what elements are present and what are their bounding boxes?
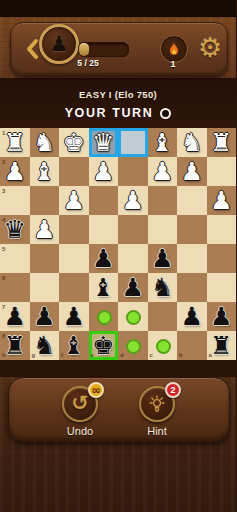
file-label: e	[91, 352, 94, 358]
gear-icon: ⚙	[198, 32, 222, 63]
white-pawn: ♟	[89, 157, 119, 186]
background-dark-lower	[0, 360, 236, 377]
square-a1[interactable]: ♜	[207, 128, 237, 157]
black-pawn: ♟	[30, 302, 60, 331]
square-f3[interactable]: ♟	[59, 186, 89, 215]
back-chevron-icon	[24, 38, 40, 60]
white-bishop: ♝	[30, 157, 60, 186]
square-g2[interactable]: ♝	[30, 157, 60, 186]
square-b7[interactable]: ♟	[177, 302, 207, 331]
square-g6[interactable]	[30, 273, 60, 302]
square-b1[interactable]: ♞	[177, 128, 207, 157]
undo-label: Undo	[45, 425, 115, 437]
rank-label: 1	[2, 130, 5, 136]
square-a4[interactable]	[207, 215, 237, 244]
square-g3[interactable]	[30, 186, 60, 215]
hint-button[interactable]: 2	[139, 386, 175, 422]
square-a2[interactable]	[207, 157, 237, 186]
file-label: f	[61, 352, 63, 358]
square-d6[interactable]: ♟	[118, 273, 148, 302]
white-pawn: ♟	[207, 186, 237, 215]
white-knight: ♞	[177, 128, 207, 157]
square-f2[interactable]	[59, 157, 89, 186]
square-b3[interactable]	[177, 186, 207, 215]
white-pawn: ♟	[30, 215, 60, 244]
file-label: a	[209, 352, 212, 358]
black-bishop: ♝	[59, 331, 89, 360]
white-bishop: ♝	[148, 128, 178, 157]
square-f4[interactable]	[59, 215, 89, 244]
square-h3[interactable]: 3	[0, 186, 30, 215]
square-e1[interactable]: ♛	[89, 128, 119, 157]
square-a6[interactable]	[207, 273, 237, 302]
black-pawn: ♟	[118, 273, 148, 302]
square-f1[interactable]: ♚	[59, 128, 89, 157]
square-d7[interactable]	[118, 302, 148, 331]
square-b8[interactable]: b	[177, 331, 207, 360]
file-label: c	[150, 352, 153, 358]
black-knight: ♞	[148, 273, 178, 302]
rank-label: 6	[2, 275, 5, 281]
square-c6[interactable]: ♞	[148, 273, 178, 302]
undo-badge: ∞	[88, 382, 104, 398]
pawn-icon: ♟	[50, 34, 69, 55]
legal-move-dot	[156, 339, 171, 354]
level-progress-label: 5 / 25	[58, 58, 118, 68]
square-d2[interactable]	[118, 157, 148, 186]
file-label: d	[120, 352, 124, 358]
white-rook: ♜	[207, 128, 237, 157]
chess-board: ♜1♞♚♛♝♞♜♟2♝♟♟♟3♟♟♟♛4♟5♟♟6♝♟♞♟7♟♟♟♟♜8h♞g♝…	[0, 128, 236, 360]
white-pawn: ♟	[148, 157, 178, 186]
square-h5[interactable]: 5	[0, 244, 30, 273]
square-e8[interactable]: ♚e	[89, 331, 119, 360]
square-a8[interactable]: ♜a	[207, 331, 237, 360]
rank-label: 7	[2, 304, 5, 310]
square-c8[interactable]: c	[148, 331, 178, 360]
hint-label: Hint	[122, 425, 192, 437]
square-a7[interactable]: ♟	[207, 302, 237, 331]
turn-label: YOUR TURN	[65, 106, 154, 120]
square-h8[interactable]: ♜8h	[0, 331, 30, 360]
square-h6[interactable]: 6	[0, 273, 30, 302]
white-pawn: ♟	[118, 186, 148, 215]
square-c7[interactable]	[148, 302, 178, 331]
black-pawn: ♟	[148, 244, 178, 273]
rank-label: 3	[2, 188, 5, 194]
square-e5[interactable]: ♟	[89, 244, 119, 273]
square-e2[interactable]: ♟	[89, 157, 119, 186]
rank-label: 8	[2, 333, 5, 339]
white-queen: ♛	[89, 128, 119, 157]
white-pawn: ♟	[59, 186, 89, 215]
square-g8[interactable]: ♞g	[30, 331, 60, 360]
square-b5[interactable]	[177, 244, 207, 273]
legal-move-dot	[97, 310, 112, 325]
square-b2[interactable]: ♟	[177, 157, 207, 186]
streak-count: 1	[160, 59, 186, 69]
square-f8[interactable]: ♝f	[59, 331, 89, 360]
black-pawn: ♟	[59, 302, 89, 331]
square-a3[interactable]: ♟	[207, 186, 237, 215]
rank-label: 4	[2, 217, 5, 223]
black-pawn: ♟	[89, 244, 119, 273]
level-progress-bar	[78, 42, 129, 57]
white-king: ♚	[59, 128, 89, 157]
settings-button[interactable]: ⚙	[195, 32, 225, 64]
hint-badge: 2	[165, 382, 181, 398]
square-g4[interactable]: ♟	[30, 215, 60, 244]
status-bar-strip	[0, 0, 236, 17]
back-button[interactable]	[24, 38, 40, 60]
hint-bulb-icon	[148, 395, 166, 413]
black-bishop: ♝	[89, 273, 119, 302]
top-bar: ♟ 5 / 25 1 ⚙	[10, 22, 228, 76]
file-label: b	[179, 352, 183, 358]
square-h7[interactable]: ♟7	[0, 302, 30, 331]
difficulty-label: EASY I (Elo 750)	[0, 89, 236, 100]
square-d5[interactable]	[118, 244, 148, 273]
square-f5[interactable]	[59, 244, 89, 273]
square-d8[interactable]: d	[118, 331, 148, 360]
square-h4[interactable]: ♛4	[0, 215, 30, 244]
square-b6[interactable]	[177, 273, 207, 302]
rank-label: 2	[2, 159, 5, 165]
black-pawn: ♟	[177, 302, 207, 331]
square-d3[interactable]: ♟	[118, 186, 148, 215]
level-progress-fill	[79, 43, 89, 56]
square-c4[interactable]	[148, 215, 178, 244]
square-e3[interactable]	[89, 186, 119, 215]
bottom-bar: ↺ ∞ Undo 2 Hint	[8, 377, 230, 442]
square-f6[interactable]	[59, 273, 89, 302]
square-d1[interactable]	[118, 128, 148, 157]
square-a5[interactable]	[207, 244, 237, 273]
background-dark-middle	[0, 78, 236, 128]
square-c1[interactable]: ♝	[148, 128, 178, 157]
legal-move-dot	[126, 339, 141, 354]
square-g1[interactable]: ♞	[30, 128, 60, 157]
white-pawn: ♟	[177, 157, 207, 186]
rank-label: 5	[2, 246, 5, 252]
square-b4[interactable]	[177, 215, 207, 244]
square-e4[interactable]	[89, 215, 119, 244]
undo-button[interactable]: ↺ ∞	[62, 386, 98, 422]
legal-move-dot	[126, 310, 141, 325]
square-g5[interactable]	[30, 244, 60, 273]
white-knight: ♞	[30, 128, 60, 157]
turn-indicator-row: YOUR TURN	[0, 106, 236, 120]
flame-icon	[167, 41, 181, 57]
square-f7[interactable]: ♟	[59, 302, 89, 331]
square-d4[interactable]	[118, 215, 148, 244]
square-c5[interactable]: ♟	[148, 244, 178, 273]
turn-indicator-circle	[160, 108, 171, 119]
square-e7[interactable]	[89, 302, 119, 331]
file-label: h	[2, 352, 6, 358]
file-label: g	[32, 352, 36, 358]
square-c3[interactable]	[148, 186, 178, 215]
square-h2[interactable]: ♟2	[0, 157, 30, 186]
square-e6[interactable]: ♝	[89, 273, 119, 302]
square-h1[interactable]: ♜1	[0, 128, 30, 157]
black-pawn: ♟	[207, 302, 237, 331]
square-c2[interactable]: ♟	[148, 157, 178, 186]
square-g7[interactable]: ♟	[30, 302, 60, 331]
undo-arrow-icon: ↺	[71, 393, 89, 414]
